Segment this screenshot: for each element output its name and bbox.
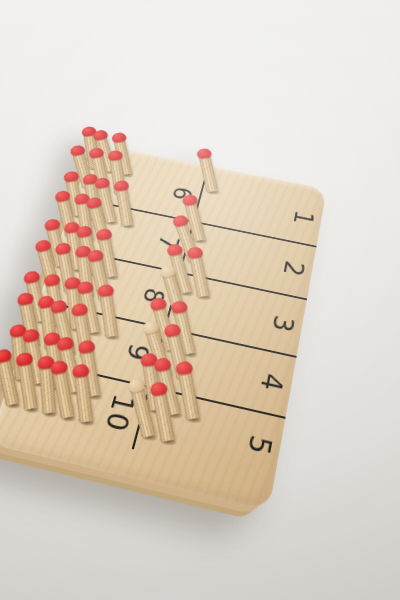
peg-top-red	[62, 170, 78, 182]
numeral-3: 3	[267, 313, 297, 335]
numeral-1: 1	[289, 209, 317, 228]
numeral-5: 5	[243, 432, 276, 458]
pegboard-grid: 61728394105	[0, 152, 325, 482]
peg-top-red	[195, 148, 211, 159]
peg-top-red	[53, 190, 70, 203]
peg-top-red	[22, 269, 40, 284]
photo-scene: 61728394105	[0, 0, 400, 600]
cell-10-pegzone	[0, 358, 109, 439]
numeral-2: 2	[278, 259, 307, 280]
peg-top-red	[43, 218, 60, 231]
counting-pegboard: 61728394105	[0, 144, 327, 512]
board-tilt-wrapper: 61728394105	[0, 144, 327, 512]
numeral-4: 4	[255, 370, 286, 394]
peg-top-red	[16, 291, 34, 306]
peg-top-red	[33, 239, 51, 253]
peg-top-red	[0, 347, 11, 363]
peg-top-red	[68, 144, 85, 156]
peg-top-red	[110, 132, 126, 143]
